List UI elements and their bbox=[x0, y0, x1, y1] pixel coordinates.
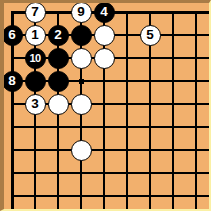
stone-white: 7 bbox=[25, 2, 46, 23]
move-number: 4 bbox=[100, 5, 108, 19]
stone-black: 2 bbox=[48, 25, 69, 46]
star-point bbox=[79, 79, 84, 84]
stone-black bbox=[25, 71, 46, 92]
stone-black: 8 bbox=[2, 71, 23, 92]
grid-line-horizontal bbox=[11, 172, 209, 174]
move-number: 3 bbox=[31, 97, 39, 111]
stone-white: 5 bbox=[140, 25, 161, 46]
move-number: 2 bbox=[54, 28, 62, 42]
stone-white bbox=[71, 94, 92, 115]
move-number: 6 bbox=[8, 28, 16, 42]
grid-line-horizontal bbox=[11, 149, 209, 151]
stone-black: 6 bbox=[2, 25, 23, 46]
stone-black bbox=[48, 48, 69, 69]
stone-white bbox=[71, 140, 92, 161]
stone-white bbox=[94, 48, 115, 69]
stone-black bbox=[48, 71, 69, 92]
go-diagram: 79461251083 bbox=[0, 0, 211, 211]
stone-white bbox=[48, 94, 69, 115]
grid-line-horizontal bbox=[11, 126, 209, 128]
stone-white bbox=[94, 25, 115, 46]
grid-line-vertical bbox=[195, 11, 197, 209]
move-number: 7 bbox=[31, 5, 39, 19]
grid-line-vertical bbox=[172, 11, 174, 209]
move-number: 10 bbox=[29, 53, 40, 64]
move-number: 5 bbox=[146, 28, 154, 42]
move-number: 8 bbox=[8, 74, 16, 88]
stone-white: 1 bbox=[25, 25, 46, 46]
stone-black: 4 bbox=[94, 2, 115, 23]
stone-white bbox=[71, 48, 92, 69]
move-number: 9 bbox=[77, 5, 85, 19]
grid-line-vertical bbox=[126, 11, 128, 209]
stone-white: 3 bbox=[25, 94, 46, 115]
stone-white: 9 bbox=[71, 2, 92, 23]
grid-line-horizontal bbox=[11, 195, 209, 197]
go-board: 79461251083 bbox=[4, 3, 209, 209]
move-number: 1 bbox=[31, 28, 39, 42]
stone-black: 10 bbox=[25, 48, 46, 69]
stone-black bbox=[71, 25, 92, 46]
